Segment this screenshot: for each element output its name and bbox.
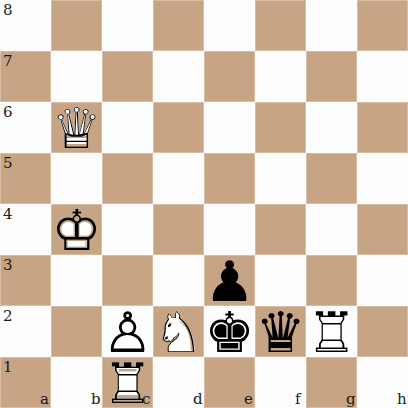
square-f3[interactable] [255,255,306,306]
square-b6[interactable]: ♛♕ [51,102,102,153]
square-a1[interactable] [0,357,51,408]
square-e5[interactable] [204,153,255,204]
square-a2[interactable] [0,306,51,357]
square-e7[interactable] [204,51,255,102]
square-a3[interactable] [0,255,51,306]
square-f8[interactable] [255,0,306,51]
square-b2[interactable] [51,306,102,357]
square-g1[interactable] [306,357,357,408]
square-e4[interactable] [204,204,255,255]
square-d8[interactable] [153,0,204,51]
square-g8[interactable] [306,0,357,51]
square-f1[interactable] [255,357,306,408]
square-c3[interactable] [102,255,153,306]
square-b4[interactable]: ♚♔ [51,204,102,255]
piece-glyph: ♖ [306,307,357,358]
square-e6[interactable] [204,102,255,153]
square-h3[interactable] [357,255,408,306]
square-c5[interactable] [102,153,153,204]
square-h5[interactable] [357,153,408,204]
square-c1[interactable]: ♜♖ [102,357,153,408]
square-b7[interactable] [51,51,102,102]
square-h4[interactable] [357,204,408,255]
square-d2[interactable]: ♞♘ [153,306,204,357]
piece-black-queen-f2[interactable]: ♛ [255,306,306,357]
square-d7[interactable] [153,51,204,102]
square-c8[interactable] [102,0,153,51]
square-g2[interactable]: ♜♖ [306,306,357,357]
piece-white-queen-b6[interactable]: ♛♕ [51,102,102,153]
piece-white-knight-d2[interactable]: ♞♘ [153,306,204,357]
square-c7[interactable] [102,51,153,102]
piece-white-rook-g2[interactable]: ♜♖ [306,306,357,357]
square-c2[interactable]: ♟♙ [102,306,153,357]
piece-glyph: ♕ [51,103,102,154]
piece-glyph: ♚ [204,307,255,358]
square-g3[interactable] [306,255,357,306]
square-d3[interactable] [153,255,204,306]
square-c6[interactable] [102,102,153,153]
square-b8[interactable] [51,0,102,51]
square-a5[interactable] [0,153,51,204]
square-e2[interactable]: ♚ [204,306,255,357]
square-f5[interactable] [255,153,306,204]
square-c4[interactable] [102,204,153,255]
square-d5[interactable] [153,153,204,204]
piece-glyph: ♖ [102,358,153,408]
square-d1[interactable] [153,357,204,408]
square-b5[interactable] [51,153,102,204]
square-e1[interactable] [204,357,255,408]
square-g6[interactable] [306,102,357,153]
square-g5[interactable] [306,153,357,204]
piece-black-king-e2[interactable]: ♚ [204,306,255,357]
square-f7[interactable] [255,51,306,102]
piece-white-rook-c1[interactable]: ♜♖ [102,357,153,408]
piece-white-pawn-c2[interactable]: ♟♙ [102,306,153,357]
square-h7[interactable] [357,51,408,102]
square-a6[interactable] [0,102,51,153]
square-h6[interactable] [357,102,408,153]
square-h1[interactable] [357,357,408,408]
square-b3[interactable] [51,255,102,306]
square-a8[interactable] [0,0,51,51]
piece-black-pawn-e3[interactable]: ♟ [204,255,255,306]
square-a7[interactable] [0,51,51,102]
square-d6[interactable] [153,102,204,153]
square-e8[interactable] [204,0,255,51]
piece-glyph: ♔ [51,205,102,256]
square-h2[interactable] [357,306,408,357]
square-d4[interactable] [153,204,204,255]
square-g7[interactable] [306,51,357,102]
square-f6[interactable] [255,102,306,153]
chess-board: ♛♕♚♔♟♟♙♞♘♚♛♜♖♜♖87654321abcdefgh [0,0,408,408]
square-b1[interactable] [51,357,102,408]
square-a4[interactable] [0,204,51,255]
piece-glyph: ♛ [255,307,306,358]
square-h8[interactable] [357,0,408,51]
square-f4[interactable] [255,204,306,255]
square-e3[interactable]: ♟ [204,255,255,306]
piece-glyph: ♘ [153,307,204,358]
square-g4[interactable] [306,204,357,255]
piece-white-king-b4[interactable]: ♚♔ [51,204,102,255]
square-f2[interactable]: ♛ [255,306,306,357]
